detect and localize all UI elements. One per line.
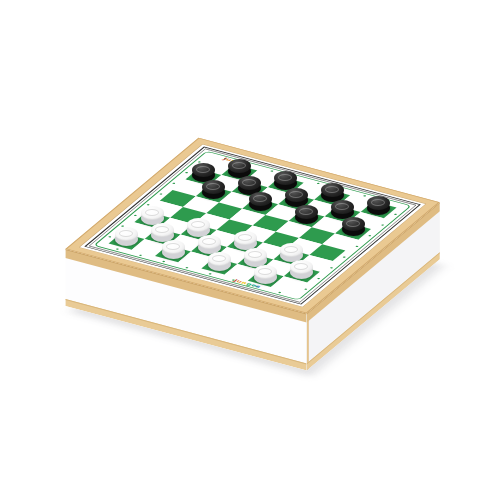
piece-ring — [258, 268, 272, 275]
checkers-box-scene: Junges Junges — [0, 0, 500, 500]
piece-ring — [155, 226, 169, 233]
white-checker-r7c4[interactable] — [208, 252, 231, 271]
piece-ring — [346, 220, 360, 227]
piece-ring — [238, 234, 252, 241]
black-checker-r2c7[interactable] — [342, 217, 365, 236]
white-checker-r7c2[interactable] — [162, 240, 185, 259]
black-checker-r2c1[interactable] — [202, 180, 225, 199]
black-checker-r2c3[interactable] — [249, 192, 272, 211]
piece-ring — [232, 162, 246, 169]
piece-ring — [248, 251, 262, 258]
piece-ring — [166, 243, 180, 250]
black-checker-r0c7[interactable] — [367, 196, 390, 215]
piece-ring — [202, 238, 216, 245]
white-checker-r7c6[interactable] — [254, 265, 277, 284]
brand-letter: s — [254, 284, 262, 289]
piece-ring — [145, 209, 159, 216]
piece-ring — [289, 191, 303, 198]
black-checker-r2c5[interactable] — [295, 205, 318, 224]
piece-ring — [242, 179, 256, 186]
piece-ring — [299, 208, 313, 215]
white-checker-r6c7[interactable] — [290, 260, 313, 279]
piece-ring — [371, 199, 385, 206]
white-checker-r7c0[interactable] — [115, 227, 138, 246]
